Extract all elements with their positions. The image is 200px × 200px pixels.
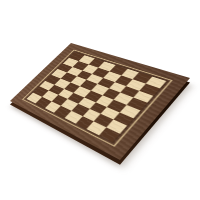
playing-field [27, 52, 166, 141]
chess-board [10, 43, 190, 160]
product-photo [0, 0, 200, 200]
